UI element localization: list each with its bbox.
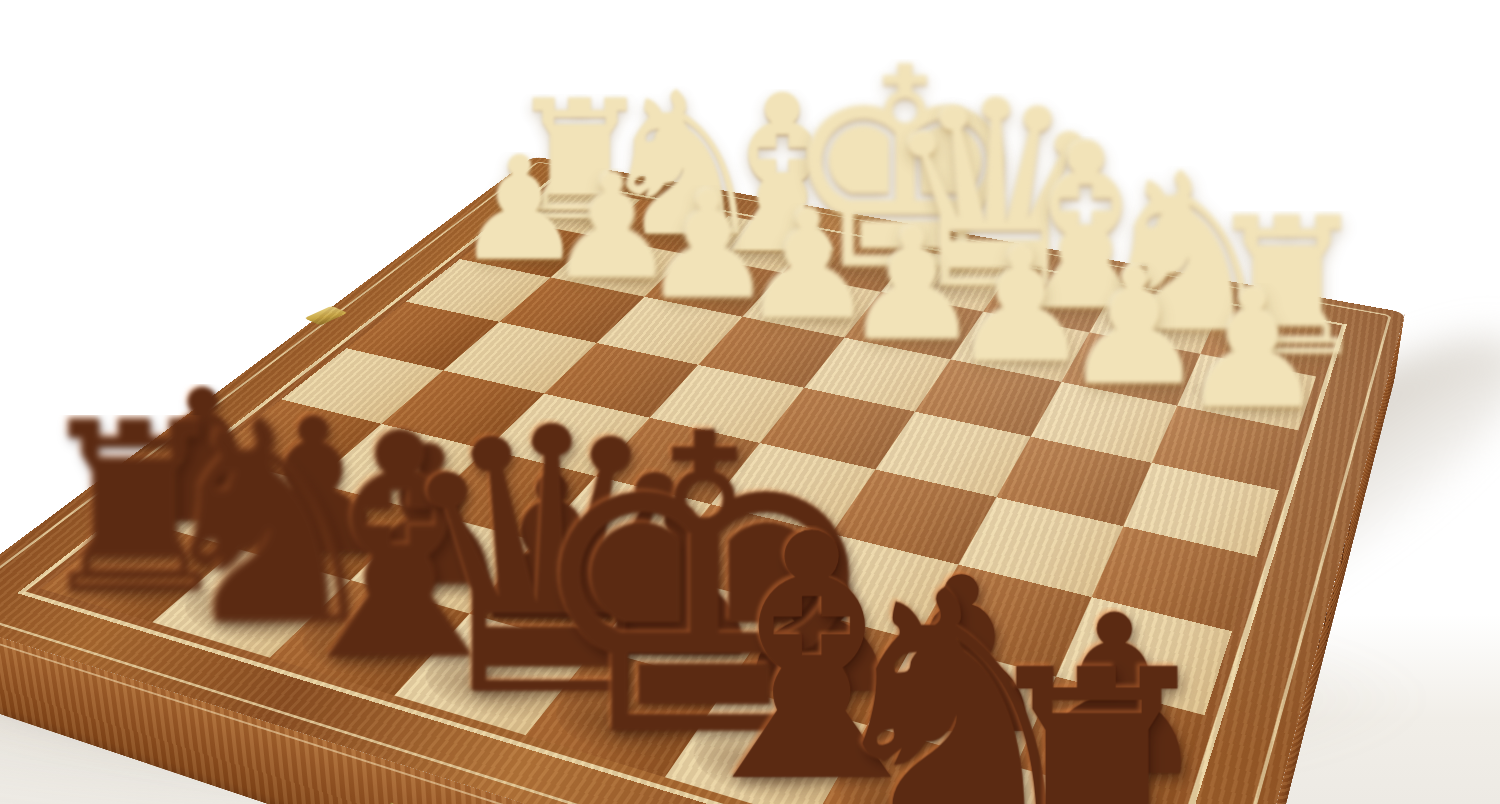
square-b1: ♞	[1090, 287, 1222, 354]
piece-contact-shadow	[825, 759, 1022, 804]
studio-scene: ♜♞♝♚♛♝♞♜♟♟♟♟♟♟♟♟♟♟♟♟♟♟♟♟♜♞♝♛♚♝♞♜	[0, 0, 1500, 804]
piece-black-pawn-h7: ♟	[120, 384, 251, 531]
chess-board: ♜♞♝♚♛♝♞♜♟♟♟♟♟♟♟♟♟♟♟♟♟♟♟♟♜♞♝♛♚♝♞♜	[0, 156, 1405, 804]
square-a4	[1123, 463, 1278, 557]
left-brass-hinge	[304, 306, 348, 326]
brass-latch	[389, 800, 584, 804]
